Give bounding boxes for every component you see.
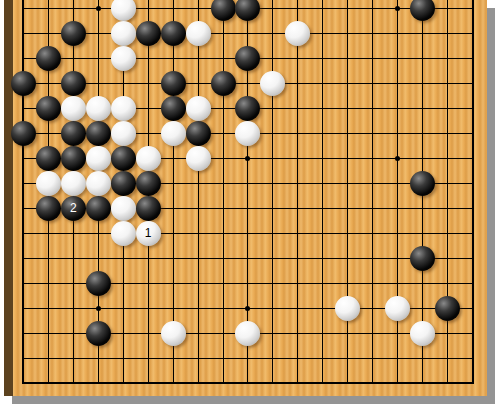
stone-black xyxy=(235,46,260,71)
stone-black xyxy=(61,71,86,96)
grid-line-horizontal xyxy=(22,358,473,359)
star-point xyxy=(96,6,101,11)
stone-black xyxy=(211,71,236,96)
star-point xyxy=(395,6,400,11)
move-number-label: 2 xyxy=(70,201,77,215)
stone-white xyxy=(385,296,410,321)
stone-black xyxy=(61,146,86,171)
stone-black xyxy=(61,121,86,146)
stone-black xyxy=(435,296,460,321)
stone-white xyxy=(111,196,136,221)
star-point xyxy=(245,156,250,161)
stone-black xyxy=(186,121,211,146)
stone-black-move-2: 2 xyxy=(61,196,86,221)
stone-white-move-1: 1 xyxy=(136,221,161,246)
stone-white xyxy=(410,321,435,346)
stone-black xyxy=(11,121,36,146)
grid-line-horizontal xyxy=(22,83,473,84)
stone-white xyxy=(235,321,260,346)
stone-black xyxy=(86,321,111,346)
grid-line-horizontal xyxy=(22,33,473,34)
stone-black xyxy=(211,0,236,21)
stone-black xyxy=(86,196,111,221)
go-board-viewer: 21 xyxy=(0,0,500,410)
move-number-label: 1 xyxy=(145,226,152,240)
star-point xyxy=(245,306,250,311)
star-point xyxy=(395,156,400,161)
stone-black xyxy=(86,271,111,296)
stone-black xyxy=(36,146,61,171)
stone-black xyxy=(36,96,61,121)
grid-line-horizontal xyxy=(22,382,473,384)
stone-white xyxy=(260,71,285,96)
stone-white xyxy=(111,46,136,71)
stone-black xyxy=(235,96,260,121)
stone-black xyxy=(136,21,161,46)
stone-white xyxy=(111,221,136,246)
stone-black xyxy=(111,146,136,171)
stone-black xyxy=(410,246,435,271)
stone-black xyxy=(86,121,111,146)
stone-black xyxy=(410,171,435,196)
stone-black xyxy=(161,21,186,46)
stone-black xyxy=(136,171,161,196)
board-grid-and-stones: 21 xyxy=(0,0,500,410)
stone-black xyxy=(36,196,61,221)
grid-line-horizontal xyxy=(22,233,473,234)
stone-white xyxy=(335,296,360,321)
stone-white xyxy=(111,0,136,21)
stone-white xyxy=(186,21,211,46)
stone-black xyxy=(36,46,61,71)
stone-white xyxy=(161,321,186,346)
stone-black xyxy=(11,71,36,96)
stone-white xyxy=(111,121,136,146)
stone-white xyxy=(186,96,211,121)
stone-white xyxy=(86,146,111,171)
stone-black xyxy=(161,71,186,96)
stone-black xyxy=(161,96,186,121)
stone-white xyxy=(86,96,111,121)
stone-black xyxy=(61,21,86,46)
stone-white xyxy=(235,121,260,146)
stone-white xyxy=(61,96,86,121)
grid-line-horizontal xyxy=(22,258,473,259)
stone-white xyxy=(161,121,186,146)
stone-white xyxy=(285,21,310,46)
stone-black xyxy=(136,196,161,221)
stone-white xyxy=(61,171,86,196)
stone-black xyxy=(410,0,435,21)
stone-white xyxy=(111,21,136,46)
stone-black xyxy=(111,171,136,196)
stone-black xyxy=(235,0,260,21)
stone-white xyxy=(136,146,161,171)
star-point xyxy=(96,306,101,311)
stone-white xyxy=(111,96,136,121)
stone-white xyxy=(86,171,111,196)
stone-white xyxy=(36,171,61,196)
stone-white xyxy=(186,146,211,171)
